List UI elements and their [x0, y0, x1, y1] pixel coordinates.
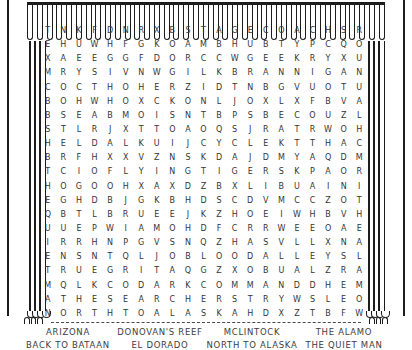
grid-cell-r8c2[interactable]: T	[56, 123, 72, 137]
grid-cell-r1c19[interactable]: H	[320, 24, 336, 38]
grid-cell-r16c18[interactable]: L	[305, 236, 321, 250]
grid-cell-r11c10[interactable]: G	[180, 165, 196, 179]
grid-cell-r18c3[interactable]: U	[71, 264, 87, 278]
grid-cell-r15c9[interactable]: O	[165, 222, 181, 236]
grid-cell-r3c5[interactable]: G	[102, 52, 118, 66]
grid-cell-r12c15[interactable]: I	[258, 180, 274, 194]
grid-cell-r21c13[interactable]: A	[227, 307, 243, 321]
grid-cell-r17c17[interactable]: L	[289, 250, 305, 264]
grid-cell-r14c9[interactable]: E	[165, 208, 181, 222]
grid-cell-r5c14[interactable]: N	[242, 81, 258, 95]
grid-cell-r21c4[interactable]: T	[87, 307, 103, 321]
grid-cell-r6c9[interactable]: K	[165, 95, 181, 109]
grid-cell-r9c6[interactable]: L	[118, 137, 134, 151]
grid-cell-r14c17[interactable]: W	[289, 208, 305, 222]
grid-cell-r7c3[interactable]: E	[71, 109, 87, 123]
grid-cell-r19c11[interactable]: C	[196, 279, 212, 293]
grid-cell-r15c13[interactable]: C	[227, 222, 243, 236]
grid-cell-r10c13[interactable]: A	[227, 151, 243, 165]
grid-cell-r6c6[interactable]: O	[118, 95, 134, 109]
grid-cell-r6c13[interactable]: J	[227, 95, 243, 109]
grid-cell-r18c17[interactable]: A	[289, 264, 305, 278]
grid-cell-r12c1[interactable]: H	[40, 180, 56, 194]
grid-cell-r3c7[interactable]: F	[133, 52, 149, 66]
grid-cell-r5c20[interactable]: T	[336, 81, 352, 95]
grid-cell-r7c11[interactable]: T	[196, 109, 212, 123]
grid-cell-r2c20[interactable]: Q	[336, 38, 352, 52]
grid-cell-r18c18[interactable]: L	[305, 264, 321, 278]
grid-cell-r17c6[interactable]: Q	[118, 250, 134, 264]
grid-cell-r3c10[interactable]: R	[180, 52, 196, 66]
grid-cell-r14c5[interactable]: B	[102, 208, 118, 222]
grid-cell-r18c2[interactable]: R	[56, 264, 72, 278]
grid-cell-r11c3[interactable]: I	[71, 165, 87, 179]
grid-cell-r11c21[interactable]: R	[351, 165, 367, 179]
grid-cell-r18c13[interactable]: X	[227, 264, 243, 278]
grid-cell-r14c15[interactable]: E	[258, 208, 274, 222]
grid-cell-r5c17[interactable]: V	[289, 81, 305, 95]
grid-cell-r3c4[interactable]: E	[87, 52, 103, 66]
grid-cell-r2c11[interactable]: M	[196, 38, 212, 52]
grid-cell-r17c2[interactable]: N	[56, 250, 72, 264]
grid-cell-r2c15[interactable]: B	[258, 38, 274, 52]
grid-cell-r3c17[interactable]: K	[289, 52, 305, 66]
grid-cell-r12c11[interactable]: Z	[196, 180, 212, 194]
grid-cell-r2c7[interactable]: G	[133, 38, 149, 52]
grid-cell-r1c20[interactable]: S	[336, 24, 352, 38]
grid-cell-r14c13[interactable]: H	[227, 208, 243, 222]
grid-cell-r19c12[interactable]: O	[211, 279, 227, 293]
grid-cell-r16c16[interactable]: V	[274, 236, 290, 250]
grid-cell-r2c1[interactable]: E	[40, 38, 56, 52]
grid-cell-r6c17[interactable]: X	[289, 95, 305, 109]
grid-cell-r10c4[interactable]: H	[87, 151, 103, 165]
grid-cell-r4c21[interactable]: N	[351, 66, 367, 80]
grid-cell-r3c11[interactable]: C	[196, 52, 212, 66]
grid-cell-r4c17[interactable]: N	[289, 66, 305, 80]
grid-cell-r5c3[interactable]: C	[71, 81, 87, 95]
grid-cell-r18c19[interactable]: Z	[320, 264, 336, 278]
grid-cell-r4c4[interactable]: S	[87, 66, 103, 80]
grid-cell-r5c19[interactable]: O	[320, 81, 336, 95]
grid-cell-r18c11[interactable]: G	[196, 264, 212, 278]
grid-cell-r1c7[interactable]: R	[133, 24, 149, 38]
grid-cell-r7c14[interactable]: S	[242, 109, 258, 123]
grid-cell-r17c20[interactable]: S	[336, 250, 352, 264]
grid-cell-r1c2[interactable]: N	[56, 24, 72, 38]
grid-cell-r11c18[interactable]: P	[305, 165, 321, 179]
grid-cell-r18c8[interactable]: T	[149, 264, 165, 278]
grid-cell-r15c15[interactable]: R	[258, 222, 274, 236]
grid-cell-r15c14[interactable]: R	[242, 222, 258, 236]
grid-cell-r8c7[interactable]: T	[133, 123, 149, 137]
grid-cell-r16c21[interactable]: A	[351, 236, 367, 250]
grid-cell-r8c21[interactable]: H	[351, 123, 367, 137]
grid-cell-r20c16[interactable]: Y	[274, 293, 290, 307]
grid-cell-r17c14[interactable]: D	[242, 250, 258, 264]
grid-cell-r19c20[interactable]: E	[336, 279, 352, 293]
grid-cell-r7c5[interactable]: B	[102, 109, 118, 123]
grid-cell-r12c10[interactable]: D	[180, 180, 196, 194]
grid-cell-r5c12[interactable]: D	[211, 81, 227, 95]
grid-cell-r4c7[interactable]: N	[133, 66, 149, 80]
grid-cell-r9c12[interactable]: Y	[211, 137, 227, 151]
grid-cell-r18c6[interactable]: R	[118, 264, 134, 278]
grid-cell-r13c17[interactable]: C	[289, 194, 305, 208]
grid-cell-r19c5[interactable]: C	[102, 279, 118, 293]
grid-cell-r19c3[interactable]: L	[71, 279, 87, 293]
grid-cell-r1c17[interactable]: A	[289, 24, 305, 38]
grid-cell-r1c1[interactable]: T	[40, 24, 56, 38]
grid-cell-r2c2[interactable]: H	[56, 38, 72, 52]
grid-cell-r3c3[interactable]: E	[71, 52, 87, 66]
grid-cell-r3c8[interactable]: D	[149, 52, 165, 66]
grid-cell-r2c3[interactable]: U	[71, 38, 87, 52]
grid-cell-r2c12[interactable]: B	[211, 38, 227, 52]
grid-cell-r8c10[interactable]: A	[180, 123, 196, 137]
grid-cell-r10c7[interactable]: V	[133, 151, 149, 165]
grid-cell-r1c11[interactable]: T	[196, 24, 212, 38]
grid-cell-r15c1[interactable]: U	[40, 222, 56, 236]
grid-cell-r17c5[interactable]: T	[102, 250, 118, 264]
grid-cell-r2c6[interactable]: F	[118, 38, 134, 52]
grid-cell-r13c19[interactable]: Z	[320, 194, 336, 208]
grid-cell-r16c3[interactable]: R	[71, 236, 87, 250]
grid-cell-r13c8[interactable]: K	[149, 194, 165, 208]
grid-cell-r20c7[interactable]: A	[133, 293, 149, 307]
grid-cell-r19c13[interactable]: M	[227, 279, 243, 293]
grid-cell-r4c12[interactable]: K	[211, 66, 227, 80]
grid-cell-r7c18[interactable]: O	[305, 109, 321, 123]
grid-cell-r12c14[interactable]: L	[242, 180, 258, 194]
grid-cell-r14c19[interactable]: B	[320, 208, 336, 222]
grid-cell-r4c10[interactable]: I	[180, 66, 196, 80]
grid-cell-r10c1[interactable]: B	[40, 151, 56, 165]
grid-cell-r14c21[interactable]: H	[351, 208, 367, 222]
grid-cell-r16c1[interactable]: I	[40, 236, 56, 250]
grid-cell-r10c5[interactable]: X	[102, 151, 118, 165]
grid-cell-r15c6[interactable]: I	[118, 222, 134, 236]
grid-cell-r11c2[interactable]: C	[56, 165, 72, 179]
grid-cell-r19c17[interactable]: D	[289, 279, 305, 293]
grid-cell-r10c15[interactable]: D	[258, 151, 274, 165]
grid-cell-r2c9[interactable]: O	[165, 38, 181, 52]
grid-cell-r17c8[interactable]: J	[149, 250, 165, 264]
grid-cell-r8c16[interactable]: A	[274, 123, 290, 137]
grid-cell-r16c14[interactable]: A	[242, 236, 258, 250]
grid-cell-r16c19[interactable]: X	[320, 236, 336, 250]
grid-cell-r19c4[interactable]: K	[87, 279, 103, 293]
grid-cell-r9c16[interactable]: K	[274, 137, 290, 151]
grid-cell-r7c4[interactable]: A	[87, 109, 103, 123]
grid-cell-r1c14[interactable]: E	[242, 24, 258, 38]
grid-cell-r7c17[interactable]: C	[289, 109, 305, 123]
grid-cell-r3c9[interactable]: O	[165, 52, 181, 66]
grid-cell-r8c6[interactable]: X	[118, 123, 134, 137]
grid-cell-r9c1[interactable]: H	[40, 137, 56, 151]
grid-cell-r7c10[interactable]: N	[180, 109, 196, 123]
grid-cell-r12c18[interactable]: A	[305, 180, 321, 194]
grid-cell-r6c21[interactable]: A	[351, 95, 367, 109]
grid-cell-r3c19[interactable]: Y	[320, 52, 336, 66]
grid-cell-r7c6[interactable]: M	[118, 109, 134, 123]
grid-cell-r11c16[interactable]: S	[274, 165, 290, 179]
grid-cell-r20c13[interactable]: S	[227, 293, 243, 307]
grid-cell-r8c1[interactable]: S	[40, 123, 56, 137]
grid-cell-r12c13[interactable]: X	[227, 180, 243, 194]
grid-cell-r1c12[interactable]: A	[211, 24, 227, 38]
grid-cell-r12c5[interactable]: O	[102, 180, 118, 194]
grid-cell-r12c8[interactable]: A	[149, 180, 165, 194]
grid-cell-r6c3[interactable]: H	[71, 95, 87, 109]
grid-cell-r13c9[interactable]: B	[165, 194, 181, 208]
grid-cell-r16c15[interactable]: S	[258, 236, 274, 250]
grid-cell-r14c14[interactable]: O	[242, 208, 258, 222]
grid-cell-r21c3[interactable]: R	[71, 307, 87, 321]
grid-cell-r5c11[interactable]: I	[196, 81, 212, 95]
grid-cell-r13c18[interactable]: C	[305, 194, 321, 208]
grid-cell-r20c17[interactable]: W	[289, 293, 305, 307]
grid-cell-r4c1[interactable]: M	[40, 66, 56, 80]
grid-cell-r6c7[interactable]: X	[133, 95, 149, 109]
grid-cell-r13c2[interactable]: G	[56, 194, 72, 208]
grid-cell-r7c16[interactable]: E	[274, 109, 290, 123]
grid-cell-r14c11[interactable]: K	[196, 208, 212, 222]
grid-cell-r10c10[interactable]: S	[180, 151, 196, 165]
grid-cell-r21c19[interactable]: B	[320, 307, 336, 321]
grid-cell-r18c7[interactable]: I	[133, 264, 149, 278]
grid-cell-r5c10[interactable]: Z	[180, 81, 196, 95]
grid-cell-r11c11[interactable]: T	[196, 165, 212, 179]
grid-cell-r15c12[interactable]: F	[211, 222, 227, 236]
grid-cell-r3c20[interactable]: X	[336, 52, 352, 66]
grid-cell-r11c8[interactable]: I	[149, 165, 165, 179]
grid-cell-r5c6[interactable]: O	[118, 81, 134, 95]
grid-cell-r4c16[interactable]: N	[274, 66, 290, 80]
grid-cell-r2c5[interactable]: H	[102, 38, 118, 52]
grid-cell-r8c3[interactable]: L	[71, 123, 87, 137]
grid-cell-r3c15[interactable]: E	[258, 52, 274, 66]
grid-cell-r12c20[interactable]: N	[336, 180, 352, 194]
grid-cell-r15c5[interactable]: W	[102, 222, 118, 236]
grid-cell-r2c17[interactable]: Y	[289, 38, 305, 52]
grid-cell-r12c9[interactable]: X	[165, 180, 181, 194]
grid-cell-r16c7[interactable]: G	[133, 236, 149, 250]
grid-cell-r7c20[interactable]: Z	[336, 109, 352, 123]
grid-cell-r6c5[interactable]: H	[102, 95, 118, 109]
grid-cell-r9c3[interactable]: L	[71, 137, 87, 151]
grid-cell-r11c17[interactable]: K	[289, 165, 305, 179]
grid-cell-r1c10[interactable]: S	[180, 24, 196, 38]
grid-cell-r19c18[interactable]: D	[305, 279, 321, 293]
grid-cell-r20c2[interactable]: T	[56, 293, 72, 307]
grid-cell-r11c9[interactable]: N	[165, 165, 181, 179]
grid-cell-r3c12[interactable]: C	[211, 52, 227, 66]
grid-cell-r17c3[interactable]: S	[71, 250, 87, 264]
grid-cell-r11c20[interactable]: O	[336, 165, 352, 179]
grid-cell-r3c1[interactable]: X	[40, 52, 56, 66]
grid-cell-r20c8[interactable]: R	[149, 293, 165, 307]
grid-cell-r5c4[interactable]: T	[87, 81, 103, 95]
grid-cell-r4c6[interactable]: V	[118, 66, 134, 80]
grid-cell-r13c15[interactable]: V	[258, 194, 274, 208]
grid-cell-r20c9[interactable]: C	[165, 293, 181, 307]
grid-cell-r19c15[interactable]: A	[258, 279, 274, 293]
grid-cell-r4c11[interactable]: L	[196, 66, 212, 80]
grid-cell-r21c21[interactable]: W	[351, 307, 367, 321]
grid-cell-r10c11[interactable]: K	[196, 151, 212, 165]
grid-cell-r21c14[interactable]: H	[242, 307, 258, 321]
grid-cell-r6c20[interactable]: V	[336, 95, 352, 109]
grid-cell-r21c10[interactable]: A	[180, 307, 196, 321]
grid-cell-r1c6[interactable]: N	[118, 24, 134, 38]
grid-cell-r14c18[interactable]: H	[305, 208, 321, 222]
grid-cell-r12c6[interactable]: H	[118, 180, 134, 194]
grid-cell-r20c6[interactable]: E	[118, 293, 134, 307]
grid-cell-r5c8[interactable]: E	[149, 81, 165, 95]
grid-cell-r17c1[interactable]: E	[40, 250, 56, 264]
grid-cell-r7c8[interactable]: I	[149, 109, 165, 123]
grid-cell-r3c21[interactable]: U	[351, 52, 367, 66]
grid-cell-r16c17[interactable]: L	[289, 236, 305, 250]
grid-cell-r17c18[interactable]: E	[305, 250, 321, 264]
grid-cell-r9c11[interactable]: C	[196, 137, 212, 151]
grid-cell-r9c19[interactable]: H	[320, 137, 336, 151]
grid-cell-r15c16[interactable]: W	[274, 222, 290, 236]
grid-cell-r14c7[interactable]: U	[133, 208, 149, 222]
grid-cell-r14c6[interactable]: R	[118, 208, 134, 222]
grid-cell-r11c6[interactable]: L	[118, 165, 134, 179]
grid-cell-r6c18[interactable]: F	[305, 95, 321, 109]
grid-cell-r5c5[interactable]: H	[102, 81, 118, 95]
grid-cell-r14c12[interactable]: Z	[211, 208, 227, 222]
grid-cell-r6c4[interactable]: W	[87, 95, 103, 109]
grid-cell-r8c18[interactable]: R	[305, 123, 321, 137]
grid-cell-r10c18[interactable]: A	[305, 151, 321, 165]
grid-cell-r15c7[interactable]: A	[133, 222, 149, 236]
grid-cell-r8c17[interactable]: T	[289, 123, 305, 137]
grid-cell-r16c6[interactable]: P	[118, 236, 134, 250]
grid-cell-r16c11[interactable]: Q	[196, 236, 212, 250]
grid-cell-r2c19[interactable]: C	[320, 38, 336, 52]
grid-cell-r15c4[interactable]: P	[87, 222, 103, 236]
grid-cell-r13c16[interactable]: M	[274, 194, 290, 208]
grid-cell-r6c10[interactable]: O	[180, 95, 196, 109]
grid-cell-r8c9[interactable]: O	[165, 123, 181, 137]
grid-cell-r17c12[interactable]: O	[211, 250, 227, 264]
grid-cell-r15c21[interactable]: E	[351, 222, 367, 236]
grid-cell-r9c21[interactable]: C	[351, 137, 367, 151]
grid-cell-r6c11[interactable]: N	[196, 95, 212, 109]
grid-cell-r12c7[interactable]: X	[133, 180, 149, 194]
grid-cell-r1c9[interactable]: B	[165, 24, 181, 38]
grid-cell-r7c13[interactable]: P	[227, 109, 243, 123]
grid-cell-r7c15[interactable]: B	[258, 109, 274, 123]
grid-cell-r9c13[interactable]: C	[227, 137, 243, 151]
grid-cell-r10c19[interactable]: Q	[320, 151, 336, 165]
grid-cell-r15c10[interactable]: H	[180, 222, 196, 236]
grid-cell-r13c1[interactable]: E	[40, 194, 56, 208]
grid-cell-r3c2[interactable]: A	[56, 52, 72, 66]
grid-cell-r2c18[interactable]: P	[305, 38, 321, 52]
grid-cell-r19c8[interactable]: A	[149, 279, 165, 293]
grid-cell-r1c8[interactable]: X	[149, 24, 165, 38]
grid-cell-r14c3[interactable]: T	[71, 208, 87, 222]
grid-cell-r20c21[interactable]: O	[351, 293, 367, 307]
grid-cell-r5c9[interactable]: R	[165, 81, 181, 95]
grid-cell-r6c8[interactable]: C	[149, 95, 165, 109]
grid-cell-r1c3[interactable]: K	[71, 24, 87, 38]
grid-cell-r16c10[interactable]: N	[180, 236, 196, 250]
grid-cell-r7c19[interactable]: U	[320, 109, 336, 123]
grid-cell-r19c19[interactable]: H	[320, 279, 336, 293]
grid-cell-r6c16[interactable]: L	[274, 95, 290, 109]
grid-cell-r9c8[interactable]: U	[149, 137, 165, 151]
grid-cell-r19c2[interactable]: Q	[56, 279, 72, 293]
grid-cell-r17c9[interactable]: O	[165, 250, 181, 264]
grid-cell-r11c15[interactable]: R	[258, 165, 274, 179]
grid-cell-r10c17[interactable]: Y	[289, 151, 305, 165]
grid-cell-r15c19[interactable]: O	[320, 222, 336, 236]
grid-cell-r19c14[interactable]: M	[242, 279, 258, 293]
grid-cell-r10c6[interactable]: X	[118, 151, 134, 165]
grid-cell-r2c21[interactable]: O	[351, 38, 367, 52]
grid-cell-r21c5[interactable]: H	[102, 307, 118, 321]
grid-cell-r19c7[interactable]: D	[133, 279, 149, 293]
grid-cell-r10c14[interactable]: J	[242, 151, 258, 165]
grid-cell-r12c3[interactable]: G	[71, 180, 87, 194]
grid-cell-r16c20[interactable]: N	[336, 236, 352, 250]
grid-cell-r21c18[interactable]: T	[305, 307, 321, 321]
grid-cell-r21c12[interactable]: K	[211, 307, 227, 321]
grid-cell-r7c12[interactable]: B	[211, 109, 227, 123]
grid-cell-r20c18[interactable]: S	[305, 293, 321, 307]
grid-cell-r13c11[interactable]: D	[196, 194, 212, 208]
grid-cell-r4c5[interactable]: I	[102, 66, 118, 80]
grid-cell-r20c1[interactable]: A	[40, 293, 56, 307]
grid-cell-r2c10[interactable]: A	[180, 38, 196, 52]
grid-cell-r11c19[interactable]: A	[320, 165, 336, 179]
grid-cell-r9c2[interactable]: E	[56, 137, 72, 151]
grid-cell-r11c5[interactable]: F	[102, 165, 118, 179]
grid-cell-r20c10[interactable]: H	[180, 293, 196, 307]
grid-cell-r4c15[interactable]: A	[258, 66, 274, 80]
grid-cell-r13c3[interactable]: H	[71, 194, 87, 208]
grid-cell-r14c10[interactable]: J	[180, 208, 196, 222]
grid-cell-r10c21[interactable]: M	[351, 151, 367, 165]
grid-cell-r17c19[interactable]: Y	[320, 250, 336, 264]
grid-cell-r21c7[interactable]: O	[133, 307, 149, 321]
grid-cell-r12c21[interactable]: I	[351, 180, 367, 194]
grid-cell-r9c4[interactable]: D	[87, 137, 103, 151]
grid-cell-r15c2[interactable]: U	[56, 222, 72, 236]
grid-cell-r21c17[interactable]: Z	[289, 307, 305, 321]
grid-cell-r20c11[interactable]: E	[196, 293, 212, 307]
grid-cell-r18c4[interactable]: E	[87, 264, 103, 278]
grid-cell-r1c15[interactable]: C	[258, 24, 274, 38]
grid-cell-r4c18[interactable]: I	[305, 66, 321, 80]
grid-cell-r18c16[interactable]: U	[274, 264, 290, 278]
grid-cell-r4c19[interactable]: G	[320, 66, 336, 80]
grid-cell-r20c20[interactable]: E	[336, 293, 352, 307]
grid-cell-r9c7[interactable]: K	[133, 137, 149, 151]
grid-cell-r10c2[interactable]: R	[56, 151, 72, 165]
grid-cell-r9c20[interactable]: A	[336, 137, 352, 151]
grid-cell-r7c21[interactable]: L	[351, 109, 367, 123]
grid-cell-r19c1[interactable]: M	[40, 279, 56, 293]
grid-cell-r7c9[interactable]: S	[165, 109, 181, 123]
grid-cell-r2c14[interactable]: U	[242, 38, 258, 52]
